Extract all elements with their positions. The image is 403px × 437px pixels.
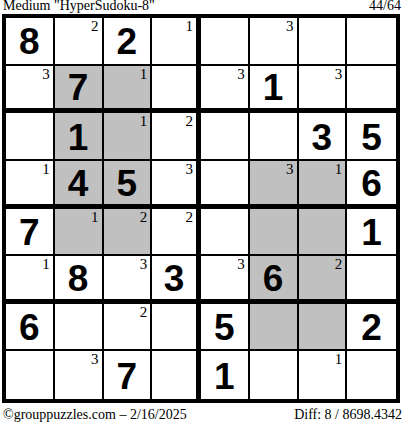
cell-r6c5[interactable]: 3 bbox=[201, 256, 250, 304]
cell-r2c8[interactable] bbox=[347, 66, 396, 114]
cell-r2c6[interactable]: 1 bbox=[250, 66, 299, 114]
cell-r7c2[interactable] bbox=[55, 304, 104, 352]
cell-value: 8 bbox=[68, 258, 89, 297]
cell-r7c8[interactable]: 2 bbox=[347, 304, 396, 352]
cell-r4c2[interactable]: 4 bbox=[55, 161, 104, 209]
cell-r5c6[interactable] bbox=[250, 209, 299, 257]
cell-r3c3[interactable]: 1 bbox=[104, 113, 153, 161]
pencil-mark: 2 bbox=[140, 209, 148, 226]
cell-r7c3[interactable]: 2 bbox=[104, 304, 153, 352]
cell-r6c7[interactable]: 2 bbox=[299, 256, 348, 304]
cell-value: 2 bbox=[361, 307, 382, 346]
cell-r3c7[interactable]: 3 bbox=[299, 113, 348, 161]
pencil-mark: 3 bbox=[91, 351, 99, 368]
header: Medium "HyperSudoku-8" 44/64 bbox=[3, 0, 401, 13]
cell-r1c6[interactable]: 3 bbox=[250, 18, 299, 66]
cell-r5c3[interactable]: 2 bbox=[104, 209, 153, 257]
cell-r7c4[interactable] bbox=[152, 304, 201, 352]
cell-r5c5[interactable] bbox=[201, 209, 250, 257]
pencil-mark: 1 bbox=[335, 351, 343, 368]
cell-r1c8[interactable] bbox=[347, 18, 396, 66]
pencil-mark: 3 bbox=[237, 256, 245, 273]
cell-value: 7 bbox=[68, 67, 89, 106]
cell-value: 7 bbox=[19, 212, 40, 251]
cell-value: 1 bbox=[361, 212, 382, 251]
cell-value: 7 bbox=[117, 356, 138, 395]
cell-r6c6[interactable]: 6 bbox=[250, 256, 299, 304]
cell-r3c6[interactable] bbox=[250, 113, 299, 161]
cell-r6c8[interactable] bbox=[347, 256, 396, 304]
cell-r1c1[interactable]: 8 bbox=[6, 18, 55, 66]
cell-r7c7[interactable] bbox=[299, 304, 348, 352]
cell-r1c2[interactable]: 2 bbox=[55, 18, 104, 66]
pencil-mark: 2 bbox=[91, 18, 99, 35]
cell-value: 6 bbox=[361, 163, 382, 202]
cell-value: 1 bbox=[263, 67, 284, 106]
sudoku-board: 8221337131311235145331671221183336262523… bbox=[2, 14, 400, 403]
pencil-mark: 3 bbox=[335, 66, 343, 83]
cell-r8c2[interactable]: 3 bbox=[55, 351, 104, 399]
cell-r8c3[interactable]: 7 bbox=[104, 351, 153, 399]
footer: ©grouppuzzles.com – 2/16/2025 Diff: 8 / … bbox=[3, 407, 402, 422]
cell-r4c6[interactable]: 3 bbox=[250, 161, 299, 209]
cell-r8c7[interactable]: 1 bbox=[299, 351, 348, 399]
cell-r4c4[interactable]: 3 bbox=[152, 161, 201, 209]
cell-r8c6[interactable] bbox=[250, 351, 299, 399]
pencil-mark: 1 bbox=[140, 66, 148, 83]
cell-r5c2[interactable]: 1 bbox=[55, 209, 104, 257]
cell-r8c8[interactable] bbox=[347, 351, 396, 399]
cell-r6c4[interactable]: 3 bbox=[152, 256, 201, 304]
cell-value: 1 bbox=[214, 356, 235, 395]
cell-r2c3[interactable]: 1 bbox=[104, 66, 153, 114]
cell-value: 8 bbox=[19, 21, 40, 60]
cell-r6c3[interactable]: 3 bbox=[104, 256, 153, 304]
cell-r3c4[interactable]: 2 bbox=[152, 113, 201, 161]
cell-value: 6 bbox=[263, 258, 284, 297]
pencil-mark: 1 bbox=[186, 18, 194, 35]
pencil-mark: 3 bbox=[140, 256, 148, 273]
cell-r3c8[interactable]: 5 bbox=[347, 113, 396, 161]
progress-counter: 44/64 bbox=[369, 0, 401, 13]
cell-r3c1[interactable] bbox=[6, 113, 55, 161]
cell-r2c4[interactable] bbox=[152, 66, 201, 114]
copyright-text: ©grouppuzzles.com – 2/16/2025 bbox=[3, 407, 187, 422]
cell-r5c7[interactable] bbox=[299, 209, 348, 257]
cell-r4c7[interactable]: 1 bbox=[299, 161, 348, 209]
cell-r2c7[interactable]: 3 bbox=[299, 66, 348, 114]
difficulty-text: Diff: 8 / 8698.4342 bbox=[294, 407, 402, 422]
cell-r7c6[interactable] bbox=[250, 304, 299, 352]
cell-r4c1[interactable]: 1 bbox=[6, 161, 55, 209]
cell-value: 4 bbox=[68, 163, 89, 202]
pencil-mark: 3 bbox=[286, 161, 294, 178]
cell-r7c5[interactable]: 5 bbox=[201, 304, 250, 352]
cell-r5c4[interactable]: 2 bbox=[152, 209, 201, 257]
cell-r8c1[interactable] bbox=[6, 351, 55, 399]
cell-r3c2[interactable]: 1 bbox=[55, 113, 104, 161]
cell-value: 6 bbox=[19, 307, 40, 346]
cell-r1c5[interactable] bbox=[201, 18, 250, 66]
cell-r4c8[interactable]: 6 bbox=[347, 161, 396, 209]
cell-r5c8[interactable]: 1 bbox=[347, 209, 396, 257]
pencil-mark: 2 bbox=[140, 304, 148, 321]
pencil-mark: 2 bbox=[186, 209, 194, 226]
pencil-mark: 1 bbox=[42, 161, 50, 178]
cell-r2c1[interactable]: 3 bbox=[6, 66, 55, 114]
cell-value: 5 bbox=[214, 307, 235, 346]
cell-r4c5[interactable] bbox=[201, 161, 250, 209]
pencil-mark: 1 bbox=[140, 113, 148, 130]
cell-r1c3[interactable]: 2 bbox=[104, 18, 153, 66]
cell-r4c3[interactable]: 5 bbox=[104, 161, 153, 209]
pencil-mark: 2 bbox=[186, 113, 194, 130]
pencil-mark: 3 bbox=[42, 66, 50, 83]
cell-r2c5[interactable]: 3 bbox=[201, 66, 250, 114]
cell-r2c2[interactable]: 7 bbox=[55, 66, 104, 114]
cell-r8c4[interactable] bbox=[152, 351, 201, 399]
cell-value: 3 bbox=[312, 117, 333, 156]
pencil-mark: 1 bbox=[91, 209, 99, 226]
pencil-mark: 3 bbox=[286, 18, 294, 35]
cell-r7c1[interactable]: 6 bbox=[6, 304, 55, 352]
cell-r5c1[interactable]: 7 bbox=[6, 209, 55, 257]
cell-r3c5[interactable] bbox=[201, 113, 250, 161]
cell-value: 5 bbox=[361, 117, 382, 156]
puzzle-page: Medium "HyperSudoku-8" 44/64 82213371313… bbox=[0, 0, 403, 437]
pencil-mark: 3 bbox=[186, 161, 194, 178]
cell-value: 5 bbox=[117, 163, 138, 202]
cell-value: 1 bbox=[68, 117, 89, 156]
cell-r6c2[interactable]: 8 bbox=[55, 256, 104, 304]
pencil-mark: 1 bbox=[335, 161, 343, 178]
pencil-mark: 2 bbox=[335, 256, 343, 273]
cell-r1c4[interactable]: 1 bbox=[152, 18, 201, 66]
cell-r1c7[interactable] bbox=[299, 18, 348, 66]
pencil-mark: 3 bbox=[237, 66, 245, 83]
pencil-mark: 1 bbox=[42, 256, 50, 273]
puzzle-title: Medium "HyperSudoku-8" bbox=[3, 0, 155, 13]
cell-value: 3 bbox=[164, 258, 185, 297]
cell-r6c1[interactable]: 1 bbox=[6, 256, 55, 304]
cell-value: 2 bbox=[117, 21, 138, 60]
cell-r8c5[interactable]: 1 bbox=[201, 351, 250, 399]
